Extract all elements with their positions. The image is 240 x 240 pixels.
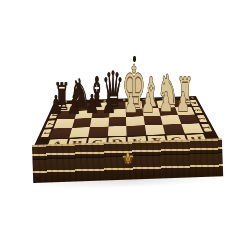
light-pawn[interactable]: ♟ [141, 90, 155, 116]
dark-pawn[interactable]: ♟ [49, 92, 63, 118]
dark-pawn[interactable]: ♟ [67, 92, 81, 118]
brass-clasp-icon[interactable]: ⚜ [120, 147, 137, 170]
dark-pawn[interactable]: ♟ [85, 91, 99, 117]
king-finial [133, 56, 136, 62]
dark-pawn[interactable]: ♟ [102, 91, 116, 117]
chess-box-scene: 44332211ABCDEFGH ⚜ ♜♞♝♛♚♝♞♜♟♟♟♟♟♟♟♟ [0, 0, 240, 240]
light-pawn[interactable]: ♟ [159, 89, 173, 115]
light-pawn[interactable]: ♟ [124, 90, 138, 116]
light-pawn[interactable]: ♟ [176, 89, 190, 115]
